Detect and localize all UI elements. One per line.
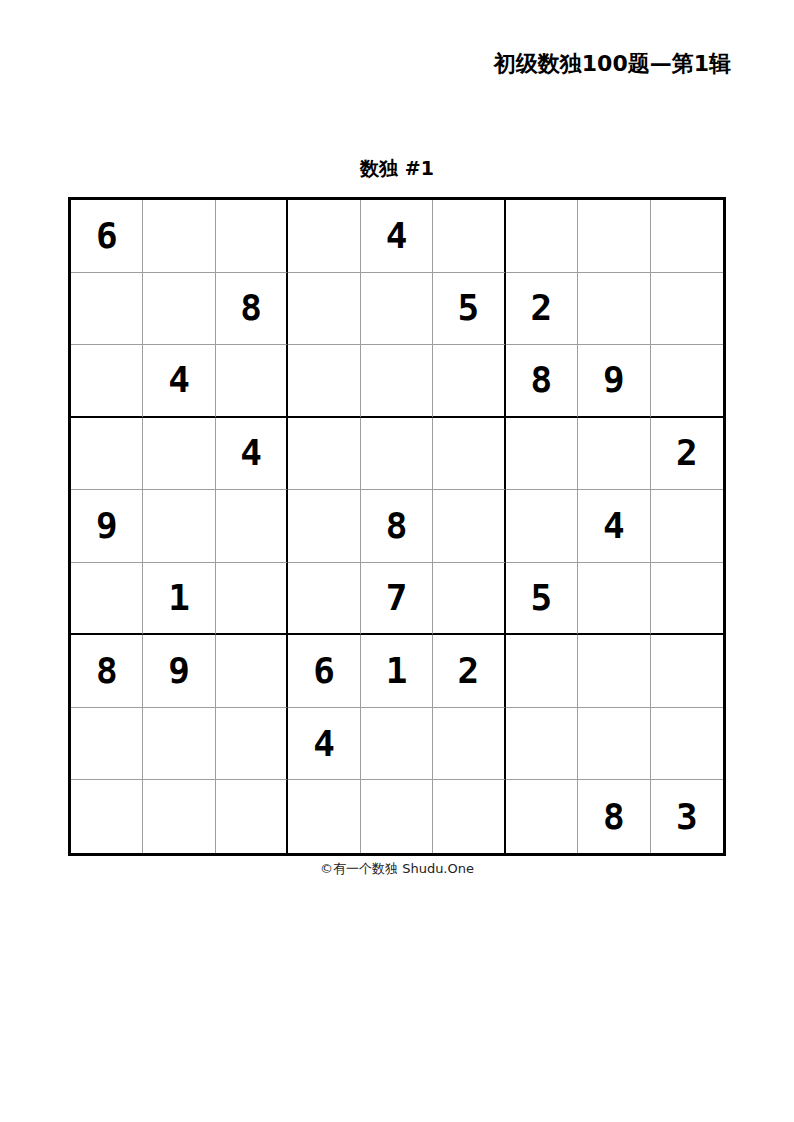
sudoku-cell-empty[interactable] — [506, 490, 578, 563]
sudoku-cell-given[interactable]: 9 — [143, 635, 215, 708]
sudoku-cell-given[interactable]: 8 — [361, 490, 433, 563]
sudoku-cell-empty[interactable] — [143, 490, 215, 563]
sudoku-cell-empty[interactable] — [506, 708, 578, 781]
sudoku-cell-empty[interactable] — [216, 345, 288, 418]
sudoku-cell-empty[interactable] — [506, 200, 578, 273]
sudoku-cell-empty[interactable] — [143, 273, 215, 346]
sudoku-cell-empty[interactable] — [361, 273, 433, 346]
sudoku-cell-empty[interactable] — [143, 200, 215, 273]
sudoku-cell-empty[interactable] — [143, 418, 215, 491]
sudoku-cell-given[interactable]: 4 — [578, 490, 650, 563]
sudoku-cell-empty[interactable] — [433, 200, 505, 273]
sudoku-cell-empty[interactable] — [578, 563, 650, 636]
sudoku-cell-empty[interactable] — [288, 490, 360, 563]
sudoku-cell-empty[interactable] — [578, 273, 650, 346]
sudoku-cell-empty[interactable] — [71, 273, 143, 346]
sudoku-cell-given[interactable]: 2 — [433, 635, 505, 708]
sudoku-cell-empty[interactable] — [506, 418, 578, 491]
sudoku-cell-empty[interactable] — [433, 418, 505, 491]
sudoku-cell-given[interactable]: 4 — [361, 200, 433, 273]
sudoku-cell-empty[interactable] — [651, 200, 723, 273]
sudoku-cell-empty[interactable] — [651, 273, 723, 346]
sudoku-cell-given[interactable]: 8 — [216, 273, 288, 346]
sudoku-cell-given[interactable]: 7 — [361, 563, 433, 636]
sudoku-cell-empty[interactable] — [361, 780, 433, 853]
sudoku-cell-given[interactable]: 9 — [71, 490, 143, 563]
sudoku-cell-empty[interactable] — [288, 418, 360, 491]
sudoku-cell-given[interactable]: 4 — [143, 345, 215, 418]
sudoku-cell-empty[interactable] — [651, 563, 723, 636]
sudoku-cell-given[interactable]: 4 — [288, 708, 360, 781]
sudoku-cell-empty[interactable] — [71, 418, 143, 491]
sudoku-cell-empty[interactable] — [433, 780, 505, 853]
sudoku-cell-given[interactable]: 5 — [433, 273, 505, 346]
sudoku-cell-empty[interactable] — [216, 708, 288, 781]
sudoku-cell-empty[interactable] — [288, 345, 360, 418]
sudoku-cell-empty[interactable] — [578, 708, 650, 781]
sudoku-cell-empty[interactable] — [361, 345, 433, 418]
sudoku-cell-empty[interactable] — [143, 780, 215, 853]
sudoku-cell-empty[interactable] — [506, 780, 578, 853]
sudoku-cell-empty[interactable] — [361, 418, 433, 491]
sudoku-cell-given[interactable]: 3 — [651, 780, 723, 853]
sudoku-cell-given[interactable]: 6 — [288, 635, 360, 708]
sudoku-cell-empty[interactable] — [288, 563, 360, 636]
sudoku-cell-empty[interactable] — [216, 780, 288, 853]
sudoku-cell-given[interactable]: 1 — [143, 563, 215, 636]
sudoku-cell-empty[interactable] — [433, 708, 505, 781]
sudoku-cell-empty[interactable] — [433, 345, 505, 418]
sudoku-cell-given[interactable]: 4 — [216, 418, 288, 491]
sudoku-cell-empty[interactable] — [71, 563, 143, 636]
sudoku-cell-empty[interactable] — [651, 708, 723, 781]
sudoku-cell-empty[interactable] — [578, 635, 650, 708]
sudoku-cell-empty[interactable] — [433, 490, 505, 563]
sudoku-cell-empty[interactable] — [578, 418, 650, 491]
sudoku-cell-empty[interactable] — [216, 635, 288, 708]
sudoku-cell-empty[interactable] — [143, 708, 215, 781]
sudoku-cell-empty[interactable] — [433, 563, 505, 636]
sudoku-cell-empty[interactable] — [71, 345, 143, 418]
sudoku-cell-empty[interactable] — [651, 490, 723, 563]
sudoku-grid: 648524894298417589612483 — [68, 197, 726, 856]
sudoku-cell-given[interactable]: 1 — [361, 635, 433, 708]
copyright-footer: ©有一个数独 Shudu.One — [0, 860, 794, 878]
sudoku-cell-empty[interactable] — [71, 708, 143, 781]
sudoku-cell-empty[interactable] — [288, 200, 360, 273]
sudoku-cell-empty[interactable] — [506, 635, 578, 708]
sudoku-cell-empty[interactable] — [288, 273, 360, 346]
sudoku-cell-given[interactable]: 2 — [651, 418, 723, 491]
sudoku-cell-given[interactable]: 8 — [578, 780, 650, 853]
sudoku-cell-empty[interactable] — [216, 563, 288, 636]
sudoku-cell-empty[interactable] — [288, 780, 360, 853]
sudoku-cell-empty[interactable] — [651, 635, 723, 708]
sudoku-cell-given[interactable]: 9 — [578, 345, 650, 418]
sudoku-cell-empty[interactable] — [651, 345, 723, 418]
sudoku-cell-empty[interactable] — [361, 708, 433, 781]
sudoku-cell-empty[interactable] — [578, 200, 650, 273]
sudoku-cell-empty[interactable] — [216, 200, 288, 273]
sudoku-cell-empty[interactable] — [71, 780, 143, 853]
sudoku-sheet-page: 初级数独100题—第1辑 数独 #1 648524894298417589612… — [0, 0, 794, 1122]
sudoku-cell-given[interactable]: 8 — [506, 345, 578, 418]
sudoku-cell-given[interactable]: 5 — [506, 563, 578, 636]
puzzle-title: 数独 #1 — [0, 156, 794, 182]
sudoku-cell-given[interactable]: 2 — [506, 273, 578, 346]
sudoku-cell-given[interactable]: 8 — [71, 635, 143, 708]
booklet-title: 初级数独100题—第1辑 — [494, 49, 731, 79]
sudoku-cell-empty[interactable] — [216, 490, 288, 563]
sudoku-cell-given[interactable]: 6 — [71, 200, 143, 273]
